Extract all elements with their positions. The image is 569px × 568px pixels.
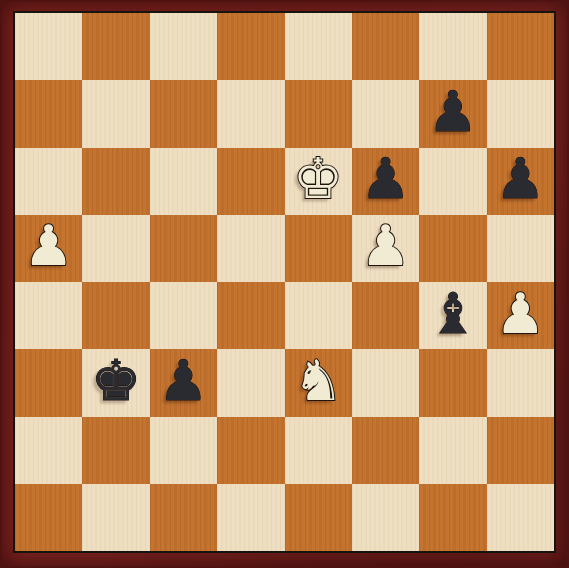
square-b8[interactable]: [82, 13, 149, 80]
square-h5[interactable]: [487, 215, 554, 282]
square-a2[interactable]: [15, 417, 82, 484]
square-b1[interactable]: [82, 484, 149, 551]
square-c1[interactable]: [150, 484, 217, 551]
square-a4[interactable]: [15, 282, 82, 349]
square-c7[interactable]: [150, 80, 217, 147]
square-h6[interactable]: ♟: [487, 148, 554, 215]
black-pawn-g7: ♟: [428, 84, 478, 140]
square-a5[interactable]: ♟: [15, 215, 82, 282]
square-e5[interactable]: [285, 215, 352, 282]
square-e7[interactable]: [285, 80, 352, 147]
square-e2[interactable]: [285, 417, 352, 484]
square-g4[interactable]: ♝: [419, 282, 486, 349]
square-c8[interactable]: [150, 13, 217, 80]
black-bishop-g4: ♝: [428, 286, 478, 342]
square-b5[interactable]: [82, 215, 149, 282]
black-king-b3: ♚: [91, 353, 141, 409]
square-a3[interactable]: [15, 349, 82, 416]
square-c4[interactable]: [150, 282, 217, 349]
square-b3[interactable]: ♚: [82, 349, 149, 416]
square-c6[interactable]: [150, 148, 217, 215]
square-g3[interactable]: [419, 349, 486, 416]
square-g5[interactable]: [419, 215, 486, 282]
white-knight-e3: ♞: [293, 353, 343, 409]
square-d4[interactable]: [217, 282, 284, 349]
square-g7[interactable]: ♟: [419, 80, 486, 147]
square-f1[interactable]: [352, 484, 419, 551]
square-h8[interactable]: [487, 13, 554, 80]
square-b4[interactable]: [82, 282, 149, 349]
square-c2[interactable]: [150, 417, 217, 484]
square-h1[interactable]: [487, 484, 554, 551]
board-frame: ♟♚♟♟♟♟♝♟♚♟♞: [0, 0, 569, 568]
square-g6[interactable]: [419, 148, 486, 215]
square-e1[interactable]: [285, 484, 352, 551]
square-f6[interactable]: ♟: [352, 148, 419, 215]
square-e4[interactable]: [285, 282, 352, 349]
square-d6[interactable]: [217, 148, 284, 215]
white-pawn-f5: ♟: [360, 218, 410, 274]
square-e8[interactable]: [285, 13, 352, 80]
square-a7[interactable]: [15, 80, 82, 147]
square-h3[interactable]: [487, 349, 554, 416]
square-f4[interactable]: [352, 282, 419, 349]
square-h4[interactable]: ♟: [487, 282, 554, 349]
square-d2[interactable]: [217, 417, 284, 484]
square-d5[interactable]: [217, 215, 284, 282]
square-a1[interactable]: [15, 484, 82, 551]
chess-board: ♟♚♟♟♟♟♝♟♚♟♞: [13, 11, 556, 553]
square-h7[interactable]: [487, 80, 554, 147]
square-d1[interactable]: [217, 484, 284, 551]
black-pawn-h6: ♟: [495, 151, 545, 207]
square-e6[interactable]: ♚: [285, 148, 352, 215]
square-f3[interactable]: [352, 349, 419, 416]
black-pawn-c3: ♟: [158, 353, 208, 409]
white-pawn-a5: ♟: [24, 218, 74, 274]
square-c3[interactable]: ♟: [150, 349, 217, 416]
square-f7[interactable]: [352, 80, 419, 147]
square-c5[interactable]: [150, 215, 217, 282]
square-f2[interactable]: [352, 417, 419, 484]
square-b7[interactable]: [82, 80, 149, 147]
square-g2[interactable]: [419, 417, 486, 484]
white-pawn-h4: ♟: [495, 286, 545, 342]
square-a6[interactable]: [15, 148, 82, 215]
square-e3[interactable]: ♞: [285, 349, 352, 416]
square-g1[interactable]: [419, 484, 486, 551]
black-pawn-f6: ♟: [360, 151, 410, 207]
square-f8[interactable]: [352, 13, 419, 80]
square-d8[interactable]: [217, 13, 284, 80]
square-b6[interactable]: [82, 148, 149, 215]
square-b2[interactable]: [82, 417, 149, 484]
square-d7[interactable]: [217, 80, 284, 147]
square-g8[interactable]: [419, 13, 486, 80]
square-f5[interactable]: ♟: [352, 215, 419, 282]
square-a8[interactable]: [15, 13, 82, 80]
white-king-e6: ♚: [293, 151, 343, 207]
square-d3[interactable]: [217, 349, 284, 416]
square-h2[interactable]: [487, 417, 554, 484]
